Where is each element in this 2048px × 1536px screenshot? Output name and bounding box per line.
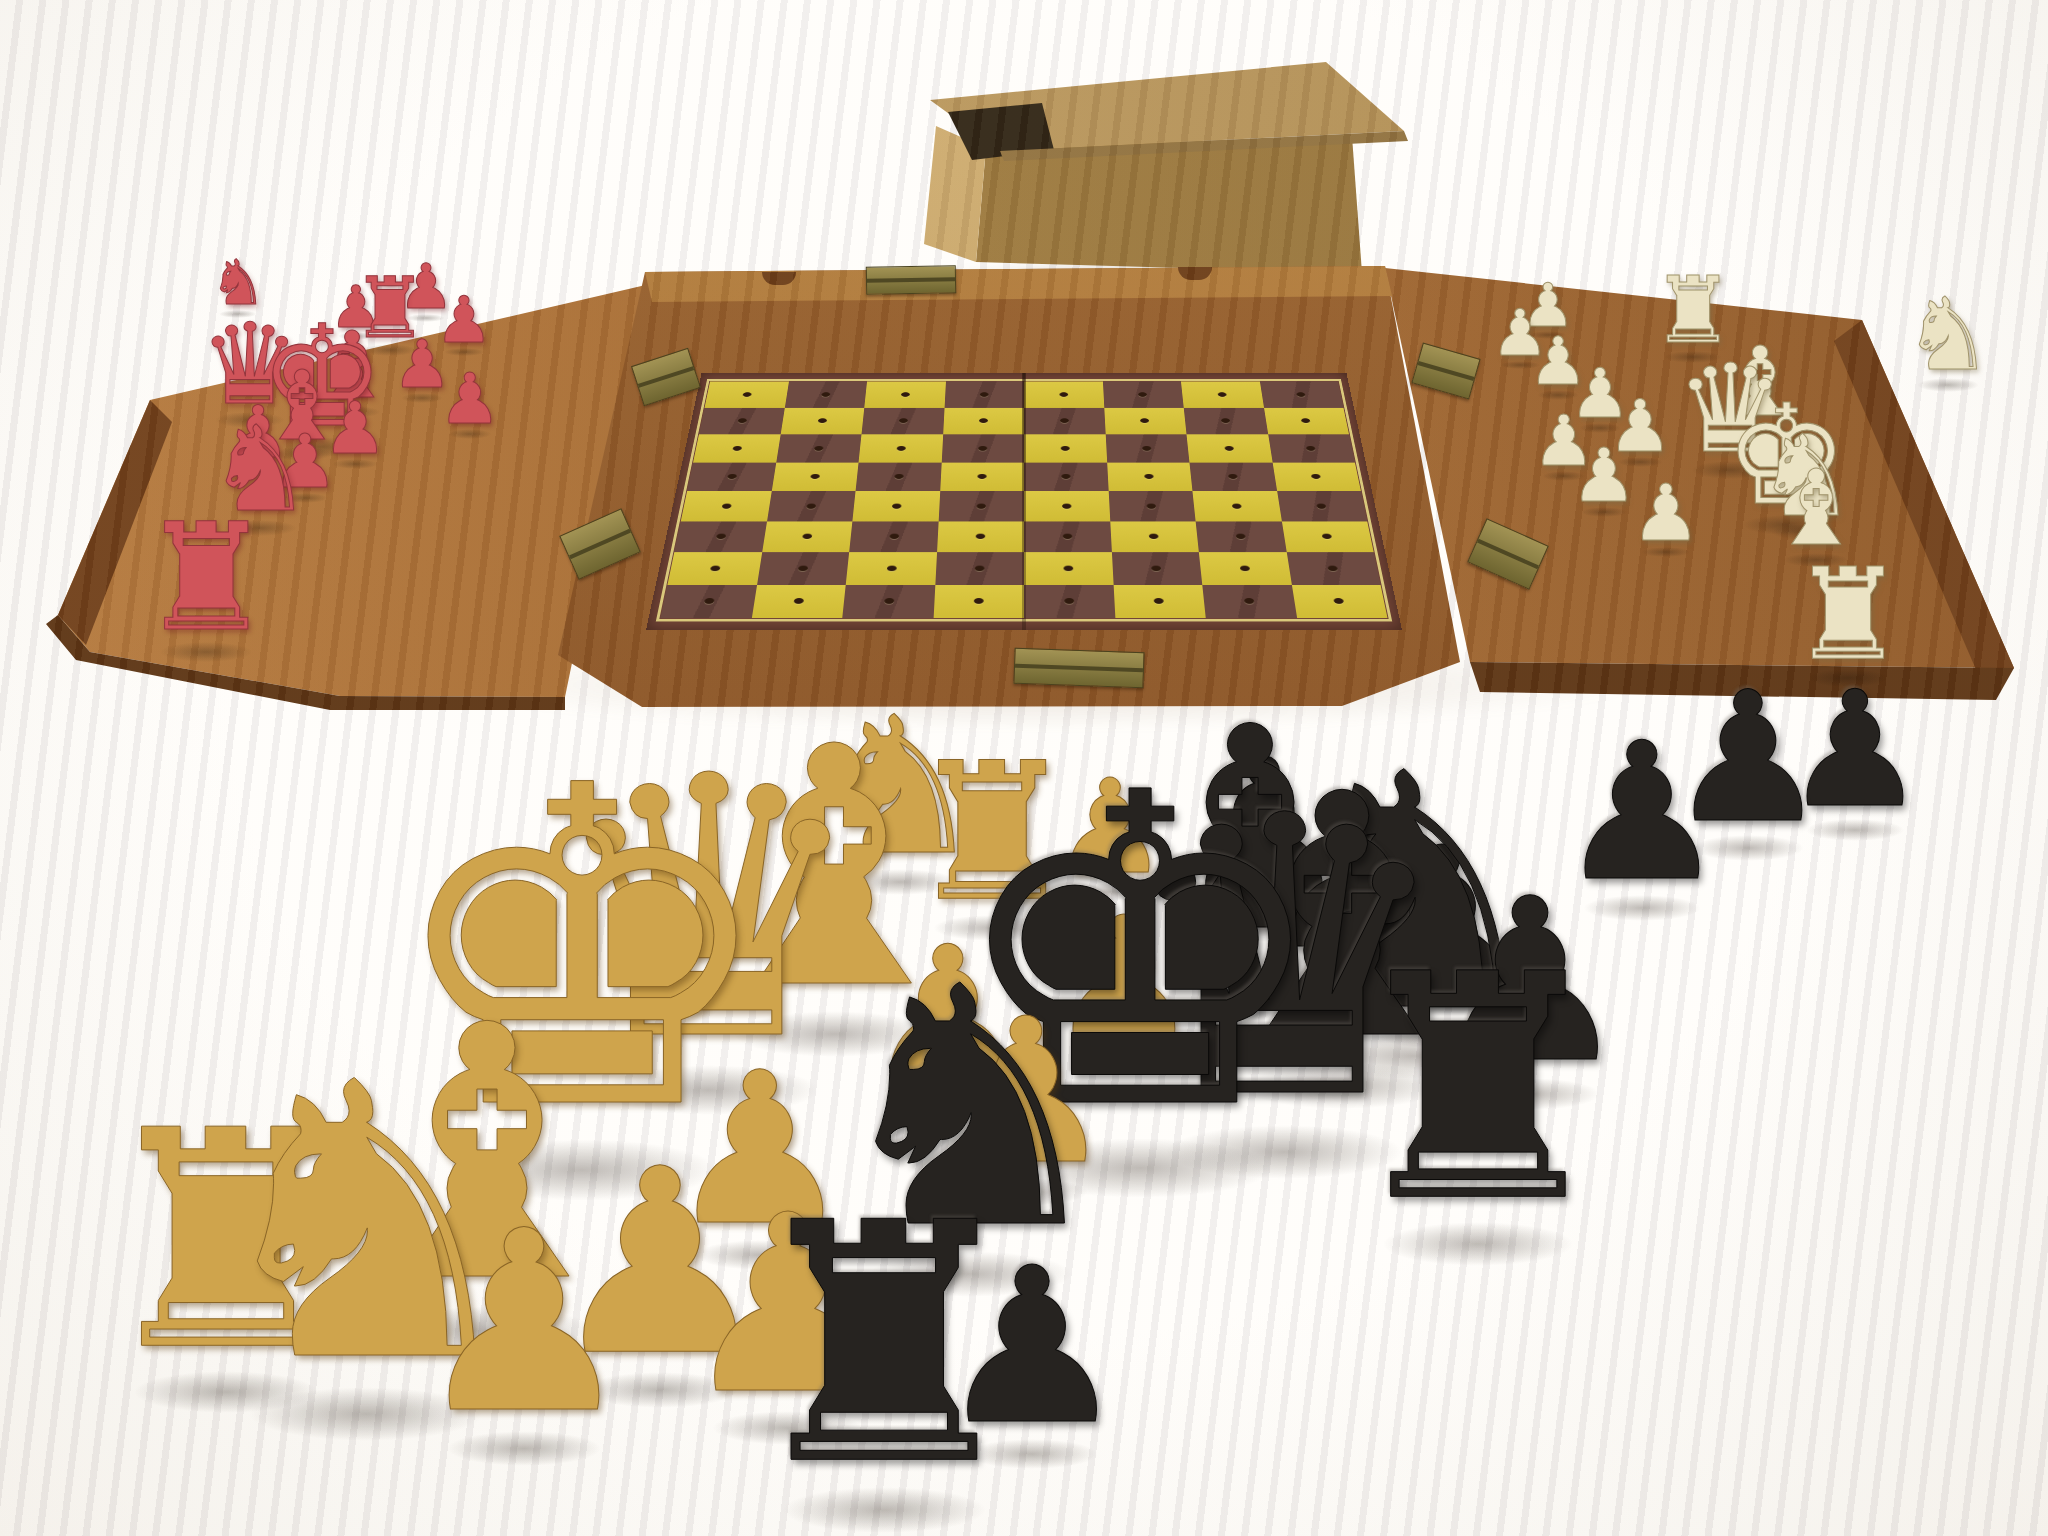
hinge-pin	[638, 366, 694, 388]
hinge-pin	[867, 277, 955, 283]
piece-cream-N[interactable]: ♞	[1903, 285, 1993, 385]
hinge-pin	[569, 529, 631, 559]
piece-red-P[interactable]: ♟	[439, 364, 502, 434]
piece-ebony-R[interactable]: ♜	[1339, 934, 1617, 1244]
piece-ebony-R[interactable]: ♜	[736, 1180, 1032, 1510]
hinge-pin	[1477, 539, 1539, 569]
piece-red-R[interactable]: ♜	[140, 504, 273, 652]
piece-cream-P[interactable]: ♟	[1631, 474, 1701, 552]
hinge-pin	[1418, 361, 1475, 381]
brass-hinge	[866, 265, 956, 295]
travel-chess-set-photo: ♟♟♟♟♟♟♟♟♜♜♞♞♝♝♛♚♟♟♟♟♟♟♟♟♜♜♞♞♝♝♛♚♜♞♝♚♛♝♞♜…	[0, 0, 2048, 1536]
chess-pieces-layer: ♟♟♟♟♟♟♟♟♜♜♞♞♝♝♛♚♟♟♟♟♟♟♟♟♜♜♞♞♝♝♛♚♜♞♝♚♛♝♞♜…	[0, 0, 2048, 1536]
piece-boxwood-P[interactable]: ♟	[412, 1198, 636, 1448]
piece-cream-P[interactable]: ♟	[1571, 438, 1637, 512]
